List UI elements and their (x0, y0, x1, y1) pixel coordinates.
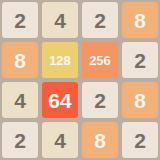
tile-r2c3: 256 (82, 42, 118, 78)
tile-r2c2: 128 (42, 42, 78, 78)
tile-r1c2: 4 (42, 2, 78, 38)
tile-r3c4: 8 (122, 82, 158, 118)
tile-r2c1: 8 (2, 42, 38, 78)
tile-r3c2: 64 (42, 82, 78, 118)
tile-r4c1: 2 (2, 122, 38, 158)
tile-r4c2: 4 (42, 122, 78, 158)
board-2048[interactable]: 2 4 2 8 8 128 256 2 4 64 2 8 2 4 8 2 (0, 0, 160, 160)
tile-r4c4: 2 (122, 122, 158, 158)
tile-r3c1: 4 (2, 82, 38, 118)
tile-r1c4: 8 (122, 2, 158, 38)
tile-r1c3: 2 (82, 2, 118, 38)
tile-r2c4: 2 (122, 42, 158, 78)
tile-r3c3: 2 (82, 82, 118, 118)
tile-r1c1: 2 (2, 2, 38, 38)
tile-r4c3: 8 (82, 122, 118, 158)
